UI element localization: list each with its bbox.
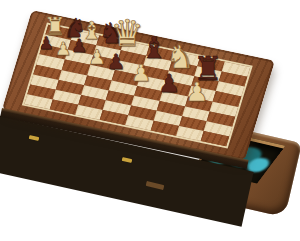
chess-set-photo: ♜♞♝♞♛♟♟♟♝♟♞♟♜♟♟♟	[0, 0, 300, 241]
